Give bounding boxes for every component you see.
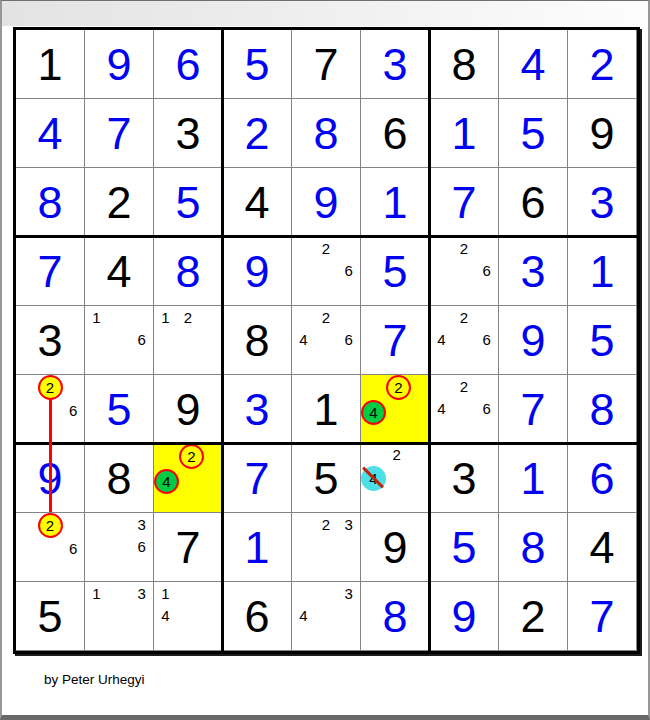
cell-value: 5 <box>106 387 131 432</box>
cell-value: 2 <box>520 594 545 639</box>
pencil-marks: 246 <box>430 375 498 443</box>
cell-r9c1[interactable]: 5 <box>16 582 85 651</box>
cell-value: 8 <box>382 594 407 639</box>
cell-r5c6[interactable]: 7 <box>361 306 430 375</box>
cell-value: 9 <box>451 594 476 639</box>
credit-text: by Peter Urhegyi <box>44 672 145 687</box>
window-top-bar <box>2 1 648 26</box>
cell-value: 6 <box>589 456 614 501</box>
cell-r4c1[interactable]: 7 <box>16 237 85 306</box>
candidate-4-eliminated-cyan: 4 <box>361 466 386 491</box>
cell-value: 8 <box>589 387 614 432</box>
cell-r7c8[interactable]: 1 <box>499 444 568 513</box>
cell-r6c3[interactable]: 9 <box>154 375 223 444</box>
candidate-4: 4 <box>430 329 453 352</box>
cell-r7c6[interactable]: 24 <box>361 444 430 513</box>
candidate-2: 2 <box>315 513 338 536</box>
candidate-2-red-circle: 2 <box>179 444 204 469</box>
cell-r8c6[interactable]: 9 <box>361 513 430 582</box>
box-divider-h2 <box>16 442 637 445</box>
cell-r3c3[interactable]: 5 <box>154 168 223 237</box>
cell-r6c7[interactable]: 246 <box>430 375 499 444</box>
cell-r4c4[interactable]: 9 <box>223 237 292 306</box>
cell-r6c2[interactable]: 5 <box>85 375 154 444</box>
cell-r7c7[interactable]: 3 <box>430 444 499 513</box>
cell-r5c8[interactable]: 9 <box>499 306 568 375</box>
cell-r3c1[interactable]: 8 <box>16 168 85 237</box>
candidate-3: 3 <box>130 513 153 536</box>
cell-r5c3[interactable]: 12 <box>154 306 223 375</box>
cell-value: 1 <box>244 525 269 570</box>
cell-value: 3 <box>589 180 614 225</box>
cell-r8c2[interactable]: 36 <box>85 513 154 582</box>
cell-r2c1[interactable]: 4 <box>16 99 85 168</box>
candidate-4: 4 <box>430 398 453 421</box>
cell-value: 4 <box>37 111 62 156</box>
cell-value: 1 <box>382 180 407 225</box>
pencil-marks: 34 <box>292 582 360 650</box>
cell-value: 9 <box>313 180 338 225</box>
cell-r3c6[interactable]: 1 <box>361 168 430 237</box>
cell-value: 7 <box>589 594 614 639</box>
cell-r6c8[interactable]: 7 <box>499 375 568 444</box>
candidate-2-red-circle: 2 <box>386 375 411 400</box>
candidate-2: 2 <box>386 444 408 466</box>
cell-value: 4 <box>520 42 545 87</box>
cell-r8c5[interactable]: 23 <box>292 513 361 582</box>
candidate-6: 6 <box>63 538 85 560</box>
cell-r6c6[interactable]: 24 <box>361 375 430 444</box>
cell-value: 5 <box>37 594 62 639</box>
cell-value: 1 <box>313 387 338 432</box>
cell-value: 2 <box>106 180 131 225</box>
cell-value: 6 <box>520 180 545 225</box>
cell-r7c9[interactable]: 6 <box>568 444 637 513</box>
cell-r5c7[interactable]: 246 <box>430 306 499 375</box>
candidate-2: 2 <box>315 306 338 329</box>
cell-value: 5 <box>313 456 338 501</box>
cell-value: 6 <box>175 42 200 87</box>
cell-r2c6[interactable]: 6 <box>361 99 430 168</box>
cell-r9c5[interactable]: 34 <box>292 582 361 651</box>
sudoku-board: 1965738424732861598254917637489265263131… <box>13 27 640 654</box>
cell-value: 7 <box>244 456 269 501</box>
cell-r1c2[interactable]: 9 <box>85 30 154 99</box>
cell-value: 7 <box>313 42 338 87</box>
pencil-marks: 26 <box>292 237 360 305</box>
cell-r4c3[interactable]: 8 <box>154 237 223 306</box>
cell-r9c2[interactable]: 13 <box>85 582 154 651</box>
candidate-6: 6 <box>337 329 360 352</box>
candidate-6: 6 <box>130 329 153 352</box>
cell-value: 3 <box>520 249 545 294</box>
cell-r9c9[interactable]: 7 <box>568 582 637 651</box>
cell-value: 8 <box>520 525 545 570</box>
cell-r2c7[interactable]: 1 <box>430 99 499 168</box>
candidate-1: 1 <box>85 582 108 605</box>
cell-value: 3 <box>244 387 269 432</box>
cell-r2c5[interactable]: 8 <box>292 99 361 168</box>
cell-r4c7[interactable]: 26 <box>430 237 499 306</box>
chain-link-line-r6c1-r8c1 <box>49 398 52 512</box>
cell-r5c1[interactable]: 3 <box>16 306 85 375</box>
candidate-6: 6 <box>475 398 498 421</box>
candidate-4: 4 <box>292 329 315 352</box>
candidate-2: 2 <box>453 237 476 260</box>
cell-value: 8 <box>37 180 62 225</box>
pencil-marks: 246 <box>430 306 498 374</box>
cell-value: 8 <box>106 456 131 501</box>
cell-r7c5[interactable]: 5 <box>292 444 361 513</box>
cell-r5c5[interactable]: 246 <box>292 306 361 375</box>
box-divider-h1 <box>16 235 637 238</box>
candidate-2: 2 <box>177 306 200 329</box>
cell-value: 8 <box>451 42 476 87</box>
cell-r3c9[interactable]: 3 <box>568 168 637 237</box>
cell-value: 5 <box>244 42 269 87</box>
cell-r8c8[interactable]: 8 <box>499 513 568 582</box>
cell-value: 5 <box>175 180 200 225</box>
pencil-marks: 246 <box>292 306 360 374</box>
cell-value: 9 <box>244 249 269 294</box>
cell-r6c5[interactable]: 1 <box>292 375 361 444</box>
cell-value: 2 <box>244 111 269 156</box>
cell-r1c3[interactable]: 6 <box>154 30 223 99</box>
cell-r3c7[interactable]: 7 <box>430 168 499 237</box>
cell-r9c6[interactable]: 8 <box>361 582 430 651</box>
cell-value: 5 <box>451 525 476 570</box>
cell-value: 9 <box>106 42 131 87</box>
box-divider-v2 <box>428 30 431 651</box>
cell-r1c6[interactable]: 3 <box>361 30 430 99</box>
candidate-6: 6 <box>337 260 360 283</box>
cell-r8c1[interactable]: 26 <box>16 513 85 582</box>
candidate-3: 3 <box>130 582 153 605</box>
cell-r2c3[interactable]: 3 <box>154 99 223 168</box>
puzzle-page: 1965738424732861598254917637489265263131… <box>0 0 650 720</box>
cell-value: 1 <box>520 456 545 501</box>
candidate-2: 2 <box>453 375 476 398</box>
pencil-marks: 14 <box>154 582 222 650</box>
cell-r6c9[interactable]: 8 <box>568 375 637 444</box>
pencil-marks: 13 <box>85 582 153 650</box>
candidate-2-red-circle-yellow: 2 <box>38 375 63 400</box>
cell-value: 4 <box>244 180 269 225</box>
cell-r1c4[interactable]: 5 <box>223 30 292 99</box>
cell-value: 7 <box>382 318 407 363</box>
cell-r3c5[interactable]: 9 <box>292 168 361 237</box>
pencil-marks: 36 <box>85 513 153 581</box>
candidate-2: 2 <box>453 306 476 329</box>
cell-value: 4 <box>589 525 614 570</box>
cell-r4c8[interactable]: 3 <box>499 237 568 306</box>
cell-value: 5 <box>520 111 545 156</box>
candidate-6: 6 <box>63 400 85 422</box>
cell-r8c7[interactable]: 5 <box>430 513 499 582</box>
pencil-marks: 26 <box>430 237 498 305</box>
cell-value: 5 <box>589 318 614 363</box>
cell-r7c3[interactable]: 24 <box>154 444 223 513</box>
cell-value: 1 <box>451 111 476 156</box>
cell-r7c2[interactable]: 8 <box>85 444 154 513</box>
cell-r9c8[interactable]: 2 <box>499 582 568 651</box>
cell-value: 3 <box>37 318 62 363</box>
candidate-3: 3 <box>337 582 360 605</box>
cell-value: 8 <box>313 111 338 156</box>
cell-r9c7[interactable]: 9 <box>430 582 499 651</box>
cell-value: 6 <box>382 111 407 156</box>
candidate-4-green-circle: 4 <box>361 400 386 425</box>
candidate-1: 1 <box>154 306 177 329</box>
candidate-3: 3 <box>337 513 360 536</box>
cell-value: 7 <box>37 249 62 294</box>
cell-value: 9 <box>175 387 200 432</box>
cell-r9c3[interactable]: 14 <box>154 582 223 651</box>
cell-value: 8 <box>244 318 269 363</box>
cell-r1c1[interactable]: 1 <box>16 30 85 99</box>
cell-r4c5[interactable]: 26 <box>292 237 361 306</box>
candidate-2: 2 <box>315 237 338 260</box>
cell-value: 3 <box>451 456 476 501</box>
candidate-1: 1 <box>85 306 108 329</box>
cell-value: 1 <box>37 42 62 87</box>
cell-r9c4[interactable]: 6 <box>223 582 292 651</box>
cell-r5c2[interactable]: 16 <box>85 306 154 375</box>
cell-r3c4[interactable]: 4 <box>223 168 292 237</box>
cell-value: 4 <box>106 249 131 294</box>
cell-r4c9[interactable]: 1 <box>568 237 637 306</box>
cell-r1c9[interactable]: 2 <box>568 30 637 99</box>
candidate-4: 4 <box>154 605 177 628</box>
candidate-4-green-circle: 4 <box>154 469 179 494</box>
cell-r8c9[interactable]: 4 <box>568 513 637 582</box>
cell-r8c3[interactable]: 7 <box>154 513 223 582</box>
pencil-marks: 12 <box>154 306 222 374</box>
cell-value: 8 <box>175 249 200 294</box>
cell-r2c9[interactable]: 9 <box>568 99 637 168</box>
cell-r5c4[interactable]: 8 <box>223 306 292 375</box>
cell-value: 2 <box>589 42 614 87</box>
cell-r1c7[interactable]: 8 <box>430 30 499 99</box>
cell-r7c4[interactable]: 7 <box>223 444 292 513</box>
pencil-marks: 24 <box>361 375 429 443</box>
cell-value: 9 <box>520 318 545 363</box>
cell-value: 6 <box>244 594 269 639</box>
cell-r6c4[interactable]: 3 <box>223 375 292 444</box>
box-divider-v1 <box>221 30 224 651</box>
cell-r4c2[interactable]: 4 <box>85 237 154 306</box>
cell-r2c4[interactable]: 2 <box>223 99 292 168</box>
pencil-marks: 24 <box>361 444 429 512</box>
cell-value: 9 <box>589 111 614 156</box>
cell-value: 9 <box>382 525 407 570</box>
cell-r1c8[interactable]: 4 <box>499 30 568 99</box>
cell-value: 3 <box>175 111 200 156</box>
cell-value: 7 <box>106 111 131 156</box>
cell-r8c4[interactable]: 1 <box>223 513 292 582</box>
candidate-6: 6 <box>475 329 498 352</box>
candidate-6: 6 <box>130 536 153 559</box>
cell-value: 3 <box>382 42 407 87</box>
cell-r4c6[interactable]: 5 <box>361 237 430 306</box>
candidate-1: 1 <box>154 582 177 605</box>
cell-r5c9[interactable]: 5 <box>568 306 637 375</box>
cell-r2c2[interactable]: 7 <box>85 99 154 168</box>
cell-value: 7 <box>520 387 545 432</box>
cell-value: 1 <box>589 249 614 294</box>
cell-r3c2[interactable]: 2 <box>85 168 154 237</box>
cell-r3c8[interactable]: 6 <box>499 168 568 237</box>
cell-value: 5 <box>382 249 407 294</box>
candidate-4: 4 <box>292 605 315 628</box>
pencil-marks: 16 <box>85 306 153 374</box>
pencil-marks: 24 <box>154 444 222 512</box>
cell-r1c5[interactable]: 7 <box>292 30 361 99</box>
pencil-marks: 23 <box>292 513 360 581</box>
candidate-6: 6 <box>475 260 498 283</box>
candidate-2-red-circle-yellow: 2 <box>38 513 63 538</box>
cell-value: 7 <box>451 180 476 225</box>
cell-r2c8[interactable]: 5 <box>499 99 568 168</box>
cell-value: 7 <box>175 525 200 570</box>
pencil-marks: 26 <box>16 513 84 581</box>
